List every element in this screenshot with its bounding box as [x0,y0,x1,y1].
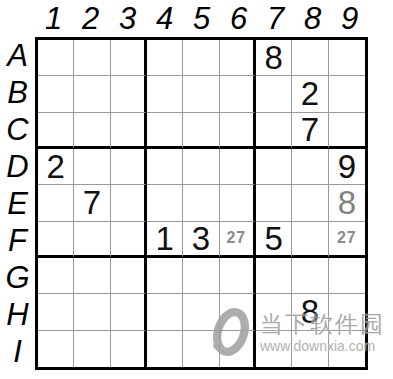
cell-H5[interactable] [183,294,219,330]
cell-A5[interactable] [183,40,219,76]
cell-F8[interactable] [292,222,328,258]
column-labels: 123456789 [35,0,368,37]
cell-A8[interactable] [292,40,328,76]
cell-E2[interactable]: 7 [74,185,110,221]
cell-A4[interactable] [147,40,183,76]
row-label-A: A [0,37,35,74]
cell-G9[interactable] [329,258,365,294]
cell-F6[interactable]: 27 [220,222,256,258]
cell-F5[interactable]: 3 [183,222,219,258]
cell-C4[interactable] [147,113,183,149]
cell-D8[interactable] [292,149,328,185]
cell-I8[interactable] [292,331,328,367]
cell-G7[interactable] [256,258,292,294]
cell-B2[interactable] [74,76,110,112]
cell-G4[interactable] [147,258,183,294]
cell-D3[interactable] [111,149,147,185]
cell-G2[interactable] [74,258,110,294]
col-label-6: 6 [220,0,257,37]
col-label-2: 2 [72,0,109,37]
col-label-5: 5 [183,0,220,37]
cell-B4[interactable] [147,76,183,112]
col-label-9: 9 [331,0,368,37]
cell-A9[interactable] [329,40,365,76]
row-label-F: F [0,222,35,259]
cell-E9[interactable]: 8 [329,185,365,221]
cell-B5[interactable] [183,76,219,112]
row-label-B: B [0,74,35,111]
cell-E4[interactable] [147,185,183,221]
cell-D9[interactable]: 9 [329,149,365,185]
cell-I5[interactable] [183,331,219,367]
cell-F1[interactable] [38,222,74,258]
cell-C9[interactable] [329,113,365,149]
cell-F3[interactable] [111,222,147,258]
cell-F9[interactable]: 27 [329,222,365,258]
cell-C5[interactable] [183,113,219,149]
cell-A3[interactable] [111,40,147,76]
cell-I9[interactable] [329,331,365,367]
cell-G8[interactable] [292,258,328,294]
row-label-C: C [0,111,35,148]
cell-C6[interactable] [220,113,256,149]
cell-C7[interactable] [256,113,292,149]
cell-D2[interactable] [74,149,110,185]
row-label-D: D [0,148,35,185]
row-label-E: E [0,185,35,222]
cell-G6[interactable] [220,258,256,294]
cell-F7[interactable]: 5 [256,222,292,258]
cell-B6[interactable] [220,76,256,112]
cell-D7[interactable] [256,149,292,185]
cell-H6[interactable] [220,294,256,330]
cell-H2[interactable] [74,294,110,330]
cell-A1[interactable] [38,40,74,76]
cell-E7[interactable] [256,185,292,221]
row-label-H: H [0,296,35,333]
cell-I4[interactable] [147,331,183,367]
cell-E3[interactable] [111,185,147,221]
row-labels: ABCDEFGHI [0,37,35,370]
row-label-G: G [0,259,35,296]
col-label-1: 1 [35,0,72,37]
cell-D4[interactable] [147,149,183,185]
col-label-3: 3 [109,0,146,37]
cell-D1[interactable]: 2 [38,149,74,185]
cell-G5[interactable] [183,258,219,294]
cell-B9[interactable] [329,76,365,112]
cell-C3[interactable] [111,113,147,149]
cell-H3[interactable] [111,294,147,330]
col-label-8: 8 [294,0,331,37]
cell-C1[interactable] [38,113,74,149]
cell-B7[interactable] [256,76,292,112]
cell-E8[interactable] [292,185,328,221]
cell-B1[interactable] [38,76,74,112]
cell-B3[interactable] [111,76,147,112]
cell-C2[interactable] [74,113,110,149]
cell-E5[interactable] [183,185,219,221]
cell-A7[interactable]: 8 [256,40,292,76]
cell-H4[interactable] [147,294,183,330]
cell-I7[interactable] [256,331,292,367]
cell-B8[interactable]: 2 [292,76,328,112]
cell-D6[interactable] [220,149,256,185]
sudoku-board: 827297813275278 [35,37,368,370]
row-label-I: I [0,333,35,370]
cell-H1[interactable] [38,294,74,330]
cell-G1[interactable] [38,258,74,294]
cell-D5[interactable] [183,149,219,185]
cell-I3[interactable] [111,331,147,367]
cell-F2[interactable] [74,222,110,258]
cell-I6[interactable] [220,331,256,367]
cell-H7[interactable] [256,294,292,330]
cell-I1[interactable] [38,331,74,367]
cell-A2[interactable] [74,40,110,76]
col-label-4: 4 [146,0,183,37]
cell-C8[interactable]: 7 [292,113,328,149]
cell-A6[interactable] [220,40,256,76]
cell-E6[interactable] [220,185,256,221]
cell-H8[interactable]: 8 [292,294,328,330]
col-label-7: 7 [257,0,294,37]
cell-I2[interactable] [74,331,110,367]
cell-H9[interactable] [329,294,365,330]
cell-G3[interactable] [111,258,147,294]
sudoku-page: 123456789 ABCDEFGHI 827297813275278 当下软件… [0,0,393,379]
cell-F4[interactable]: 1 [147,222,183,258]
cell-E1[interactable] [38,185,74,221]
